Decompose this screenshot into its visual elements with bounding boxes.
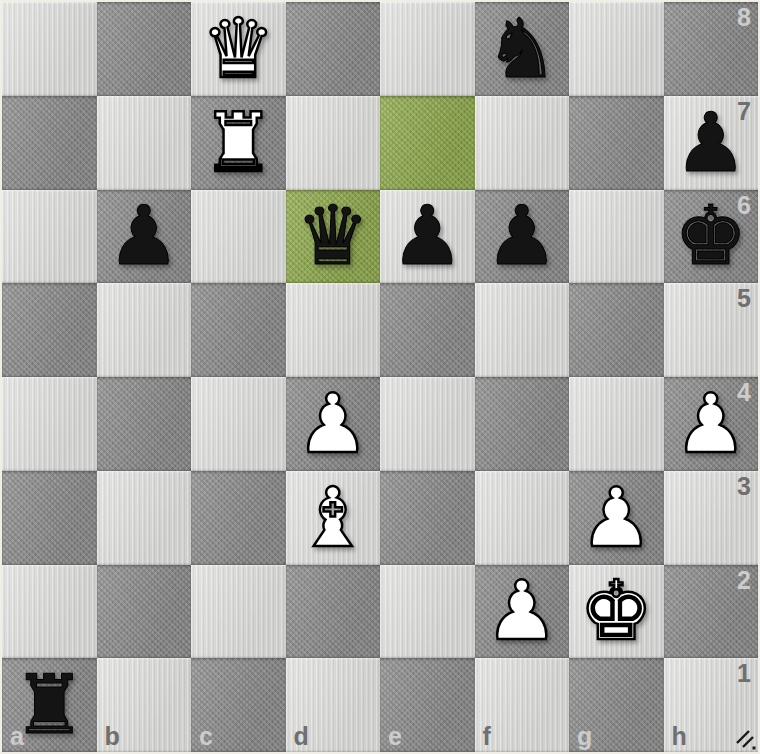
- square-f5[interactable]: [475, 283, 570, 377]
- square-c5[interactable]: [191, 283, 286, 377]
- rank-label-1: 1: [737, 661, 751, 686]
- square-e2[interactable]: [380, 565, 475, 659]
- black-pawn[interactable]: ♟: [380, 190, 475, 284]
- square-f7[interactable]: [475, 96, 570, 190]
- square-f2[interactable]: ♟: [475, 565, 570, 659]
- square-h2[interactable]: 2: [664, 565, 759, 659]
- square-a4[interactable]: [2, 377, 97, 471]
- square-f1[interactable]: f: [475, 658, 570, 752]
- square-b6[interactable]: ♟: [97, 190, 192, 284]
- square-d6[interactable]: ♛: [286, 190, 381, 284]
- rank-label-3: 3: [737, 474, 751, 499]
- square-d2[interactable]: [286, 565, 381, 659]
- square-a8[interactable]: [2, 2, 97, 96]
- board-grid: ♛♞8♜♟7♟♛♟♟♚65♟♟4♝♟3♟♚2♜abcdefgh1: [2, 2, 758, 752]
- square-a3[interactable]: [2, 471, 97, 565]
- square-a6[interactable]: [2, 190, 97, 284]
- file-label-f: f: [483, 724, 491, 749]
- square-d8[interactable]: [286, 2, 381, 96]
- file-label-d: d: [294, 724, 309, 749]
- white-pawn[interactable]: ♟: [664, 377, 759, 471]
- white-pawn[interactable]: ♟: [475, 565, 570, 659]
- square-h5[interactable]: 5: [664, 283, 759, 377]
- black-knight[interactable]: ♞: [475, 2, 570, 96]
- square-a1[interactable]: ♜a: [2, 658, 97, 752]
- square-g8[interactable]: [569, 2, 664, 96]
- square-f4[interactable]: [475, 377, 570, 471]
- rank-label-2: 2: [737, 568, 751, 593]
- square-g3[interactable]: ♟: [569, 471, 664, 565]
- square-h6[interactable]: ♚6: [664, 190, 759, 284]
- square-e7[interactable]: [380, 96, 475, 190]
- square-e4[interactable]: [380, 377, 475, 471]
- black-pawn[interactable]: ♟: [97, 190, 192, 284]
- square-g7[interactable]: [569, 96, 664, 190]
- square-g1[interactable]: g: [569, 658, 664, 752]
- square-b5[interactable]: [97, 283, 192, 377]
- square-b7[interactable]: [97, 96, 192, 190]
- square-f3[interactable]: [475, 471, 570, 565]
- square-c8[interactable]: ♛: [191, 2, 286, 96]
- rank-label-8: 8: [737, 5, 751, 30]
- square-g2[interactable]: ♚: [569, 565, 664, 659]
- square-c1[interactable]: c: [191, 658, 286, 752]
- file-label-g: g: [577, 724, 592, 749]
- square-c7[interactable]: ♜: [191, 96, 286, 190]
- chess-board: ♛♞8♜♟7♟♛♟♟♚65♟♟4♝♟3♟♚2♜abcdefgh1: [0, 0, 760, 754]
- square-c3[interactable]: [191, 471, 286, 565]
- square-c6[interactable]: [191, 190, 286, 284]
- black-rook[interactable]: ♜: [2, 658, 97, 752]
- square-e3[interactable]: [380, 471, 475, 565]
- square-h7[interactable]: ♟7: [664, 96, 759, 190]
- square-d5[interactable]: [286, 283, 381, 377]
- square-h1[interactable]: h1: [664, 658, 759, 752]
- file-label-h: h: [672, 724, 687, 749]
- white-rook[interactable]: ♜: [191, 96, 286, 190]
- square-e8[interactable]: [380, 2, 475, 96]
- white-king[interactable]: ♚: [569, 565, 664, 659]
- rank-label-5: 5: [737, 286, 751, 311]
- square-g6[interactable]: [569, 190, 664, 284]
- white-pawn[interactable]: ♟: [286, 377, 381, 471]
- square-c4[interactable]: [191, 377, 286, 471]
- file-label-c: c: [199, 724, 213, 749]
- white-queen[interactable]: ♛: [191, 2, 286, 96]
- square-f8[interactable]: ♞: [475, 2, 570, 96]
- square-g5[interactable]: [569, 283, 664, 377]
- resize-handle-icon[interactable]: [734, 728, 756, 750]
- square-b8[interactable]: [97, 2, 192, 96]
- square-d3[interactable]: ♝: [286, 471, 381, 565]
- black-queen[interactable]: ♛: [286, 190, 381, 284]
- square-e5[interactable]: [380, 283, 475, 377]
- square-d7[interactable]: [286, 96, 381, 190]
- square-d1[interactable]: d: [286, 658, 381, 752]
- square-f6[interactable]: ♟: [475, 190, 570, 284]
- white-bishop[interactable]: ♝: [286, 471, 381, 565]
- file-label-e: e: [388, 724, 402, 749]
- square-b2[interactable]: [97, 565, 192, 659]
- square-h4[interactable]: ♟4: [664, 377, 759, 471]
- square-b1[interactable]: b: [97, 658, 192, 752]
- square-a2[interactable]: [2, 565, 97, 659]
- black-king[interactable]: ♚: [664, 190, 759, 284]
- black-pawn[interactable]: ♟: [664, 96, 759, 190]
- square-g4[interactable]: [569, 377, 664, 471]
- square-h3[interactable]: 3: [664, 471, 759, 565]
- square-a7[interactable]: [2, 96, 97, 190]
- black-pawn[interactable]: ♟: [475, 190, 570, 284]
- square-h8[interactable]: 8: [664, 2, 759, 96]
- square-b4[interactable]: [97, 377, 192, 471]
- square-d4[interactable]: ♟: [286, 377, 381, 471]
- file-label-b: b: [105, 724, 120, 749]
- square-c2[interactable]: [191, 565, 286, 659]
- square-b3[interactable]: [97, 471, 192, 565]
- white-pawn[interactable]: ♟: [569, 471, 664, 565]
- square-a5[interactable]: [2, 283, 97, 377]
- square-e1[interactable]: e: [380, 658, 475, 752]
- square-e6[interactable]: ♟: [380, 190, 475, 284]
